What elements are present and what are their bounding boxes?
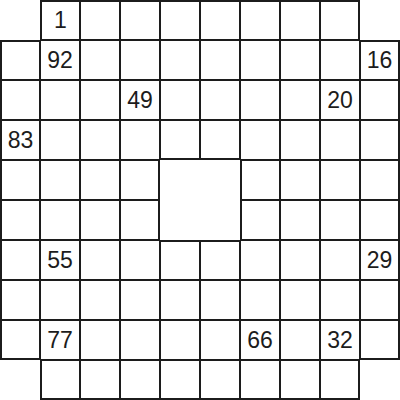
empty-cell[interactable] (320, 280, 360, 320)
hidato-board: 192164920835529776632 (0, 0, 400, 400)
empty-cell[interactable] (360, 200, 400, 240)
clue-cell[interactable]: 92 (40, 40, 80, 80)
empty-cell[interactable] (80, 280, 120, 320)
void-cell (200, 200, 240, 240)
empty-cell[interactable] (80, 120, 120, 160)
empty-cell[interactable] (40, 80, 80, 120)
clue-cell[interactable]: 29 (360, 240, 400, 280)
empty-cell[interactable] (80, 0, 120, 40)
empty-cell[interactable] (240, 40, 280, 80)
empty-cell[interactable] (40, 120, 80, 160)
empty-cell[interactable] (320, 200, 360, 240)
empty-cell[interactable] (280, 80, 320, 120)
empty-cell[interactable] (280, 320, 320, 360)
empty-cell[interactable] (120, 320, 160, 360)
empty-cell[interactable] (280, 360, 320, 400)
empty-cell[interactable] (360, 160, 400, 200)
empty-cell[interactable] (120, 120, 160, 160)
empty-cell[interactable] (40, 200, 80, 240)
empty-cell[interactable] (0, 200, 40, 240)
empty-cell[interactable] (80, 40, 120, 80)
clue-cell[interactable]: 49 (120, 80, 160, 120)
empty-cell[interactable] (160, 120, 200, 160)
empty-cell[interactable] (280, 160, 320, 200)
empty-cell[interactable] (200, 40, 240, 80)
empty-cell[interactable] (280, 280, 320, 320)
empty-cell[interactable] (240, 200, 280, 240)
empty-cell[interactable] (280, 200, 320, 240)
empty-cell[interactable] (160, 360, 200, 400)
empty-cell[interactable] (80, 240, 120, 280)
empty-cell[interactable] (200, 0, 240, 40)
void-cell (360, 360, 400, 400)
empty-cell[interactable] (40, 280, 80, 320)
clue-cell[interactable]: 32 (320, 320, 360, 360)
empty-cell[interactable] (200, 320, 240, 360)
empty-cell[interactable] (80, 80, 120, 120)
empty-cell[interactable] (200, 120, 240, 160)
empty-cell[interactable] (200, 240, 240, 280)
empty-cell[interactable] (0, 40, 40, 80)
empty-cell[interactable] (120, 240, 160, 280)
empty-cell[interactable] (120, 40, 160, 80)
empty-cell[interactable] (120, 160, 160, 200)
empty-cell[interactable] (0, 280, 40, 320)
empty-cell[interactable] (360, 320, 400, 360)
empty-cell[interactable] (240, 80, 280, 120)
clue-cell[interactable]: 55 (40, 240, 80, 280)
empty-cell[interactable] (0, 240, 40, 280)
empty-cell[interactable] (120, 360, 160, 400)
clue-cell[interactable]: 77 (40, 320, 80, 360)
empty-cell[interactable] (280, 0, 320, 40)
empty-cell[interactable] (240, 120, 280, 160)
empty-cell[interactable] (0, 160, 40, 200)
empty-cell[interactable] (40, 160, 80, 200)
empty-cell[interactable] (160, 240, 200, 280)
empty-cell[interactable] (320, 120, 360, 160)
empty-cell[interactable] (240, 360, 280, 400)
empty-cell[interactable] (320, 0, 360, 40)
void-cell (200, 160, 240, 200)
empty-cell[interactable] (280, 240, 320, 280)
empty-cell[interactable] (40, 360, 80, 400)
empty-cell[interactable] (280, 40, 320, 80)
empty-cell[interactable] (280, 120, 320, 160)
empty-cell[interactable] (120, 200, 160, 240)
clue-cell[interactable]: 16 (360, 40, 400, 80)
empty-cell[interactable] (240, 0, 280, 40)
empty-cell[interactable] (320, 160, 360, 200)
empty-cell[interactable] (0, 320, 40, 360)
void-cell (160, 200, 200, 240)
clue-cell[interactable]: 1 (40, 0, 80, 40)
empty-cell[interactable] (160, 80, 200, 120)
empty-cell[interactable] (200, 280, 240, 320)
void-cell (0, 0, 40, 40)
empty-cell[interactable] (320, 360, 360, 400)
clue-cell[interactable]: 66 (240, 320, 280, 360)
void-cell (0, 360, 40, 400)
empty-cell[interactable] (240, 160, 280, 200)
empty-cell[interactable] (200, 80, 240, 120)
empty-cell[interactable] (360, 280, 400, 320)
clue-cell[interactable]: 83 (0, 120, 40, 160)
empty-cell[interactable] (80, 320, 120, 360)
clue-cell[interactable]: 20 (320, 80, 360, 120)
empty-cell[interactable] (320, 40, 360, 80)
empty-cell[interactable] (80, 160, 120, 200)
empty-cell[interactable] (200, 360, 240, 400)
void-cell (160, 160, 200, 200)
empty-cell[interactable] (80, 360, 120, 400)
empty-cell[interactable] (160, 40, 200, 80)
empty-cell[interactable] (360, 80, 400, 120)
empty-cell[interactable] (240, 280, 280, 320)
empty-cell[interactable] (120, 280, 160, 320)
empty-cell[interactable] (360, 120, 400, 160)
empty-cell[interactable] (160, 0, 200, 40)
empty-cell[interactable] (120, 0, 160, 40)
empty-cell[interactable] (0, 80, 40, 120)
empty-cell[interactable] (320, 240, 360, 280)
empty-cell[interactable] (240, 240, 280, 280)
empty-cell[interactable] (80, 200, 120, 240)
empty-cell[interactable] (160, 320, 200, 360)
void-cell (360, 0, 400, 40)
empty-cell[interactable] (160, 280, 200, 320)
